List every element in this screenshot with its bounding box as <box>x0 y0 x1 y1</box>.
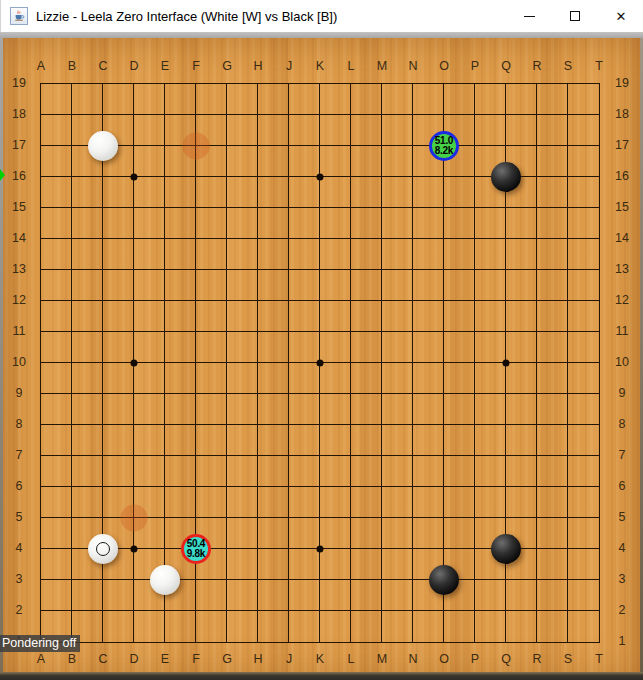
coord-top-C: C <box>88 59 118 73</box>
coord-top-P: P <box>460 59 490 73</box>
white-stone <box>88 131 118 161</box>
coord-right-19: 19 <box>609 76 635 90</box>
coord-bottom-Q: Q <box>491 652 521 666</box>
coord-right-6: 6 <box>609 479 635 493</box>
last-move-circle-marker <box>96 542 110 556</box>
window-title: Lizzie - Leela Zero Interface (White [W]… <box>36 9 337 24</box>
black-stone <box>429 565 459 595</box>
coord-left-18: 18 <box>6 107 32 121</box>
coord-left-8: 8 <box>6 417 32 431</box>
window-controls: ✕ <box>506 0 643 32</box>
coord-top-B: B <box>57 59 87 73</box>
coord-bottom-L: L <box>336 652 366 666</box>
coord-top-K: K <box>305 59 335 73</box>
coord-left-6: 6 <box>6 479 32 493</box>
star-point <box>317 360 324 367</box>
white-stone <box>88 534 118 564</box>
coord-top-E: E <box>150 59 180 73</box>
coord-right-10: 10 <box>609 355 635 369</box>
star-point <box>131 360 138 367</box>
coord-top-F: F <box>181 59 211 73</box>
candidate-move-faint[interactable] <box>183 133 210 160</box>
coord-top-H: H <box>243 59 273 73</box>
coord-left-12: 12 <box>6 293 32 307</box>
coord-top-T: T <box>584 59 614 73</box>
coord-bottom-S: S <box>553 652 583 666</box>
coord-left-3: 3 <box>6 572 32 586</box>
coord-bottom-R: R <box>522 652 552 666</box>
window-frame-left <box>0 38 3 672</box>
coord-right-17: 17 <box>609 138 635 152</box>
coord-bottom-M: M <box>367 652 397 666</box>
coord-left-9: 9 <box>6 386 32 400</box>
coord-top-R: R <box>522 59 552 73</box>
coord-right-13: 13 <box>609 262 635 276</box>
coord-right-4: 4 <box>609 541 635 555</box>
coord-left-5: 5 <box>6 510 32 524</box>
coord-left-16: 16 <box>6 169 32 183</box>
coord-left-19: 19 <box>6 76 32 90</box>
coord-bottom-D: D <box>119 652 149 666</box>
coord-top-G: G <box>212 59 242 73</box>
coord-left-2: 2 <box>6 603 32 617</box>
maximize-icon[interactable] <box>552 0 598 32</box>
minimize-icon[interactable] <box>506 0 552 32</box>
coord-top-L: L <box>336 59 366 73</box>
star-point <box>503 360 510 367</box>
coord-top-A: A <box>26 59 56 73</box>
white-stone <box>150 565 180 595</box>
star-point <box>317 174 324 181</box>
java-coffee-cup-icon <box>10 7 28 25</box>
status-pondering: Pondering off <box>0 635 80 652</box>
coord-top-D: D <box>119 59 149 73</box>
coord-left-4: 4 <box>6 541 32 555</box>
star-point <box>131 174 138 181</box>
coord-right-9: 9 <box>609 386 635 400</box>
coord-right-2: 2 <box>609 603 635 617</box>
star-point <box>131 546 138 553</box>
black-stone <box>491 534 521 564</box>
coord-right-8: 8 <box>609 417 635 431</box>
coord-right-12: 12 <box>609 293 635 307</box>
coord-right-14: 14 <box>609 231 635 245</box>
coord-left-14: 14 <box>6 231 32 245</box>
candidate-visits: 9.8k <box>187 549 205 559</box>
coord-left-13: 13 <box>6 262 32 276</box>
title-bar: Lizzie - Leela Zero Interface (White [W]… <box>0 0 643 32</box>
coord-top-J: J <box>274 59 304 73</box>
coord-bottom-H: H <box>243 652 273 666</box>
candidate-move-circle[interactable]: 51.08.2k <box>429 131 459 161</box>
coord-right-16: 16 <box>609 169 635 183</box>
coord-bottom-F: F <box>181 652 211 666</box>
coord-bottom-P: P <box>460 652 490 666</box>
coord-left-7: 7 <box>6 448 32 462</box>
star-point <box>317 546 324 553</box>
candidate-move-faint[interactable] <box>121 505 148 532</box>
winrate-edge-marker-icon <box>0 169 5 181</box>
coord-bottom-K: K <box>305 652 335 666</box>
coord-bottom-N: N <box>398 652 428 666</box>
coord-bottom-T: T <box>584 652 614 666</box>
coord-right-5: 5 <box>609 510 635 524</box>
coord-left-11: 11 <box>6 324 32 338</box>
coord-top-O: O <box>429 59 459 73</box>
coord-bottom-E: E <box>150 652 180 666</box>
coord-bottom-O: O <box>429 652 459 666</box>
window-frame-bottom <box>0 672 643 680</box>
coord-left-17: 17 <box>6 138 32 152</box>
coord-left-15: 15 <box>6 200 32 214</box>
coord-left-10: 10 <box>6 355 32 369</box>
coord-bottom-C: C <box>88 652 118 666</box>
coord-top-S: S <box>553 59 583 73</box>
candidate-visits: 8.2k <box>435 146 453 156</box>
black-stone <box>491 162 521 192</box>
coord-right-18: 18 <box>609 107 635 121</box>
close-icon[interactable]: ✕ <box>598 0 643 32</box>
coord-right-11: 11 <box>609 324 635 338</box>
coord-bottom-B: B <box>57 652 87 666</box>
board-overlay: 51.08.2k50.49.8k <box>41 84 599 642</box>
candidate-move-circle[interactable]: 50.49.8k <box>181 534 211 564</box>
coord-top-N: N <box>398 59 428 73</box>
coord-bottom-A: A <box>26 652 56 666</box>
coord-right-15: 15 <box>609 200 635 214</box>
coord-bottom-G: G <box>212 652 242 666</box>
coord-right-1: 1 <box>609 634 635 648</box>
coord-top-M: M <box>367 59 397 73</box>
coord-bottom-J: J <box>274 652 304 666</box>
coord-right-3: 3 <box>609 572 635 586</box>
coord-top-Q: Q <box>491 59 521 73</box>
lizzie-window: Lizzie - Leela Zero Interface (White [W]… <box>0 0 643 680</box>
coord-right-7: 7 <box>609 448 635 462</box>
